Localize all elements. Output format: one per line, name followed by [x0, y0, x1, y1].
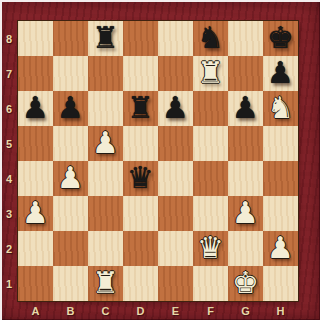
square-a8[interactable]	[18, 21, 53, 56]
square-f3[interactable]	[193, 196, 228, 231]
piece-white-rook: ♜	[92, 268, 119, 298]
square-h8[interactable]: ♚	[263, 21, 298, 56]
file-label-f: F	[193, 301, 228, 320]
square-c7[interactable]	[88, 56, 123, 91]
piece-white-rook: ♜	[197, 58, 224, 88]
square-f5[interactable]	[193, 126, 228, 161]
square-e1[interactable]	[158, 266, 193, 301]
square-f2[interactable]: ♛	[193, 231, 228, 266]
piece-black-rook: ♜	[127, 93, 154, 123]
square-d4[interactable]: ♛	[123, 161, 158, 196]
square-f8[interactable]: ♞	[193, 21, 228, 56]
square-d5[interactable]	[123, 126, 158, 161]
piece-black-pawn: ♟	[162, 93, 189, 123]
rank-label-4: 4	[0, 161, 18, 196]
rank-label-1: 1	[0, 266, 18, 301]
piece-white-queen: ♛	[197, 233, 224, 263]
square-a1[interactable]	[18, 266, 53, 301]
square-h5[interactable]	[263, 126, 298, 161]
square-g7[interactable]	[228, 56, 263, 91]
file-label-g: G	[228, 301, 263, 320]
square-h1[interactable]	[263, 266, 298, 301]
square-g2[interactable]	[228, 231, 263, 266]
file-label-b: B	[53, 301, 88, 320]
square-f7[interactable]: ♜	[193, 56, 228, 91]
square-b1[interactable]	[53, 266, 88, 301]
file-label-a: A	[18, 301, 53, 320]
file-label-c: C	[88, 301, 123, 320]
square-a2[interactable]	[18, 231, 53, 266]
square-g3[interactable]: ♟	[228, 196, 263, 231]
file-label-d: D	[123, 301, 158, 320]
square-c2[interactable]	[88, 231, 123, 266]
file-labels: ABCDEFGH	[18, 301, 298, 320]
square-h7[interactable]: ♟	[263, 56, 298, 91]
square-c8[interactable]: ♜	[88, 21, 123, 56]
piece-black-king: ♚	[267, 23, 294, 53]
piece-white-king: ♚	[232, 268, 259, 298]
square-d1[interactable]	[123, 266, 158, 301]
piece-black-knight: ♞	[197, 23, 224, 53]
square-b6[interactable]: ♟	[53, 91, 88, 126]
square-b8[interactable]	[53, 21, 88, 56]
square-e6[interactable]: ♟	[158, 91, 193, 126]
square-c4[interactable]	[88, 161, 123, 196]
square-g5[interactable]	[228, 126, 263, 161]
file-label-e: E	[158, 301, 193, 320]
square-f4[interactable]	[193, 161, 228, 196]
square-b5[interactable]	[53, 126, 88, 161]
square-c3[interactable]	[88, 196, 123, 231]
square-b3[interactable]	[53, 196, 88, 231]
rank-labels: 87654321	[0, 21, 18, 301]
square-a7[interactable]	[18, 56, 53, 91]
piece-white-pawn: ♟	[267, 233, 294, 263]
square-a3[interactable]: ♟	[18, 196, 53, 231]
piece-white-pawn: ♟	[22, 198, 49, 228]
square-a5[interactable]	[18, 126, 53, 161]
square-e3[interactable]	[158, 196, 193, 231]
piece-black-pawn: ♟	[267, 58, 294, 88]
square-d7[interactable]	[123, 56, 158, 91]
square-g6[interactable]: ♟	[228, 91, 263, 126]
square-d2[interactable]	[123, 231, 158, 266]
piece-white-pawn: ♟	[232, 198, 259, 228]
square-g4[interactable]	[228, 161, 263, 196]
square-e5[interactable]	[158, 126, 193, 161]
square-a4[interactable]	[18, 161, 53, 196]
square-a6[interactable]: ♟	[18, 91, 53, 126]
square-g8[interactable]	[228, 21, 263, 56]
chess-board: ♜♞♚♜♟♟♟♜♟♟♞♟♟♛♟♟♛♟♜♚	[18, 21, 298, 301]
chess-diagram: 87654321 ABCDEFGH ♜♞♚♜♟♟♟♜♟♟♞♟♟♛♟♟♛♟♜♚	[0, 0, 320, 320]
square-g1[interactable]: ♚	[228, 266, 263, 301]
rank-label-3: 3	[0, 196, 18, 231]
square-e7[interactable]	[158, 56, 193, 91]
square-e4[interactable]	[158, 161, 193, 196]
rank-label-8: 8	[0, 21, 18, 56]
square-d6[interactable]: ♜	[123, 91, 158, 126]
rank-label-6: 6	[0, 91, 18, 126]
piece-white-pawn: ♟	[57, 163, 84, 193]
square-h4[interactable]	[263, 161, 298, 196]
file-label-h: H	[263, 301, 298, 320]
piece-black-rook: ♜	[92, 23, 119, 53]
square-f1[interactable]	[193, 266, 228, 301]
square-h2[interactable]: ♟	[263, 231, 298, 266]
piece-black-queen: ♛	[127, 163, 154, 193]
square-d8[interactable]	[123, 21, 158, 56]
square-h6[interactable]: ♞	[263, 91, 298, 126]
square-h3[interactable]	[263, 196, 298, 231]
square-e8[interactable]	[158, 21, 193, 56]
piece-white-pawn: ♟	[92, 128, 119, 158]
rank-label-5: 5	[0, 126, 18, 161]
piece-white-knight: ♞	[267, 93, 294, 123]
piece-black-pawn: ♟	[57, 93, 84, 123]
square-c6[interactable]	[88, 91, 123, 126]
square-f6[interactable]	[193, 91, 228, 126]
square-d3[interactable]	[123, 196, 158, 231]
square-b7[interactable]	[53, 56, 88, 91]
square-c5[interactable]: ♟	[88, 126, 123, 161]
rank-label-2: 2	[0, 231, 18, 266]
piece-black-pawn: ♟	[232, 93, 259, 123]
square-b4[interactable]: ♟	[53, 161, 88, 196]
square-c1[interactable]: ♜	[88, 266, 123, 301]
square-e2[interactable]	[158, 231, 193, 266]
piece-black-pawn: ♟	[22, 93, 49, 123]
square-b2[interactable]	[53, 231, 88, 266]
rank-label-7: 7	[0, 56, 18, 91]
